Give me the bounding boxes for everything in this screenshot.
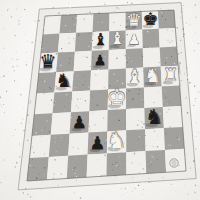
piece-white-knight-e2[interactable]: ♞ <box>107 130 126 152</box>
piece-black-pawn-d6[interactable]: ♟ <box>93 54 106 68</box>
piece-black-pawn-d2[interactable]: ♟ <box>89 134 105 152</box>
piece-black-knight-b5[interactable]: ♞ <box>55 72 72 91</box>
piece-white-bishop-e7[interactable]: ♝ <box>110 31 125 48</box>
pieces-layer: ♚♛♝♟♝♛♟♞♝♞♜♚♟♞♟♞ <box>0 0 200 200</box>
piece-white-pawn-f7[interactable]: ♟ <box>128 33 140 47</box>
piece-black-king-g8[interactable]: ♚ <box>143 10 159 28</box>
piece-white-king-e4[interactable]: ♚ <box>107 87 127 109</box>
piece-white-queen-f8[interactable]: ♛ <box>126 11 142 28</box>
piece-white-bishop-f5[interactable]: ♝ <box>127 68 144 87</box>
piece-black-pawn-c3[interactable]: ♟ <box>72 114 87 131</box>
piece-white-rook-h5[interactable]: ♜ <box>163 67 178 84</box>
piece-white-knight-g5[interactable]: ♞ <box>144 67 161 86</box>
chess-photo: ♚♛♝♟♝♛♟♞♝♞♜♚♟♞♟♞ <box>0 0 200 200</box>
piece-black-knight-g3[interactable]: ♞ <box>145 107 163 128</box>
piece-black-bishop-d7[interactable]: ♝ <box>93 32 108 49</box>
piece-black-queen-a6[interactable]: ♛ <box>39 52 56 71</box>
